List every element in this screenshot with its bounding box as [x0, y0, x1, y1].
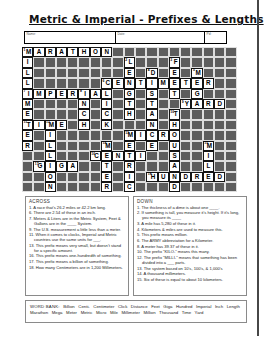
block-cell — [22, 161, 33, 171]
cell-r9c11[interactable]: I — [135, 130, 146, 140]
block-cell — [203, 109, 214, 119]
block-cell — [180, 182, 191, 192]
cell-r1c7[interactable]: O — [90, 47, 101, 57]
cell-r11c17[interactable]: I — [203, 151, 214, 161]
cell-r10c3[interactable]: L — [45, 141, 56, 151]
cell-letter: E — [23, 131, 32, 139]
page-title: Metric & Imperial - Prefixes & Lengths — [29, 13, 239, 25]
cell-r3c10[interactable]: E — [124, 68, 135, 78]
block-cell — [22, 182, 33, 192]
cell-r9c1[interactable]: E — [22, 130, 33, 140]
cell-r1c5[interactable]: T — [67, 47, 78, 57]
block-cell — [56, 78, 67, 88]
cell-r13c16[interactable]: R — [191, 172, 202, 182]
cell-r13c8[interactable]: E — [101, 172, 112, 182]
block-cell — [33, 68, 44, 78]
block-cell — [180, 57, 191, 67]
cell-letter: E — [113, 79, 122, 87]
cell-letter: A — [68, 162, 77, 170]
cell-letter: G — [125, 90, 134, 98]
cell-r10c8[interactable]: 14M — [101, 141, 112, 151]
cell-r1c6[interactable]: H — [78, 47, 89, 57]
block-cell — [135, 57, 146, 67]
block-cell — [56, 68, 67, 78]
cell-r13c3[interactable]: O — [45, 172, 56, 182]
cell-r2c1[interactable]: I — [22, 57, 33, 67]
block-cell — [191, 120, 202, 130]
cell-r6c1[interactable]: M — [22, 99, 33, 109]
cell-letter: M — [34, 90, 43, 98]
block-cell — [78, 151, 89, 161]
cell-r11c11[interactable]: I — [135, 151, 146, 161]
cell-r4c11[interactable]: T — [135, 78, 146, 88]
cell-letter: H — [147, 173, 156, 181]
block-cell — [56, 99, 67, 109]
date-field-label: Date: — [118, 33, 126, 36]
block-cell — [180, 47, 191, 57]
cell-letter: N — [102, 48, 111, 56]
cell-letter: T — [136, 79, 145, 87]
block-cell — [203, 130, 214, 140]
cell-letter: L — [23, 79, 32, 87]
block-cell — [135, 182, 146, 192]
block-cell — [67, 99, 78, 109]
cell-r9c13[interactable]: R — [158, 130, 169, 140]
cell-r8c12[interactable]: N — [146, 120, 157, 130]
block-cell — [214, 109, 225, 119]
block-cell — [146, 151, 157, 161]
cell-letter: I — [147, 79, 156, 87]
cell-letter: E — [102, 152, 111, 160]
cell-r5c16[interactable]: G — [191, 89, 202, 99]
cell-letter: E — [57, 121, 66, 129]
cell-r2c10[interactable]: 2L — [124, 57, 135, 67]
block-cell — [124, 47, 135, 57]
block-cell — [90, 99, 101, 109]
cell-r12c14[interactable]: A — [169, 161, 180, 171]
cell-letter: N — [46, 183, 55, 191]
cell-letter: L — [102, 90, 111, 98]
block-cell — [112, 161, 123, 171]
block-cell — [90, 120, 101, 130]
across-header: ACROSS — [29, 199, 125, 204]
block-cell — [112, 47, 123, 57]
cell-letter: U — [159, 173, 168, 181]
cell-r5c7[interactable]: A — [90, 89, 101, 99]
cell-letter: C — [147, 131, 156, 139]
cell-r4c8[interactable]: 6C — [101, 78, 112, 88]
block-cell — [22, 172, 33, 182]
block-cell — [56, 172, 67, 182]
cell-letter: T — [125, 152, 134, 160]
cell-letter: M — [23, 48, 32, 56]
cell-r5c2[interactable]: M — [33, 89, 44, 99]
block-cell — [146, 57, 157, 67]
block-cell — [33, 99, 44, 109]
cell-r4c10[interactable]: N — [124, 78, 135, 88]
cell-letter: R — [125, 162, 134, 170]
word-bank-label: WORD BANK: — [30, 304, 60, 309]
block-cell — [191, 130, 202, 140]
cell-r8c4[interactable]: E — [56, 120, 67, 130]
block-cell — [112, 57, 123, 67]
block-cell — [135, 47, 146, 57]
cell-letter: G — [192, 90, 201, 98]
cell-r13c13[interactable]: U — [158, 172, 169, 182]
cell-r1c1[interactable]: 1M — [22, 47, 33, 57]
cell-r7c12[interactable]: A — [146, 109, 157, 119]
cell-r14c14[interactable]: D — [169, 182, 180, 192]
block-cell — [225, 151, 236, 161]
cell-r10c1[interactable]: R — [22, 141, 33, 151]
cell-r11c3[interactable]: L — [45, 151, 56, 161]
down-clue: 15. Six of these is equal to about 10 ki… — [137, 278, 243, 283]
worksheet-page: { "game": "crossword", "title": "Metric … — [0, 0, 272, 350]
block-cell — [214, 57, 225, 67]
block-cell — [67, 172, 78, 182]
cell-letter: L — [23, 69, 32, 77]
block-cell — [214, 182, 225, 192]
block-cell — [33, 109, 44, 119]
cell-r12c3[interactable]: I — [45, 161, 56, 171]
cell-r8c2[interactable]: I — [33, 120, 44, 130]
block-cell — [169, 99, 180, 109]
block-cell — [180, 161, 191, 171]
cell-r6c10[interactable]: T — [124, 99, 135, 109]
cell-r10c12[interactable]: E — [146, 141, 157, 151]
cell-letter: H — [170, 121, 179, 129]
cell-r6c12[interactable]: T — [146, 99, 157, 109]
cell-r12c4[interactable]: G — [56, 161, 67, 171]
cell-letter: O — [46, 173, 55, 181]
cell-r11c9[interactable]: N — [112, 151, 123, 161]
block-cell — [214, 151, 225, 161]
across-clue: 18. How many Centimeters are in 1,200 Mi… — [29, 266, 125, 271]
block-cell — [45, 68, 56, 78]
block-cell — [45, 109, 56, 119]
cell-r3c12[interactable]: 4D — [146, 68, 157, 78]
block-cell — [112, 182, 123, 192]
cell-r5c4[interactable]: E — [56, 89, 67, 99]
cell-letter: A — [34, 48, 43, 56]
cell-r5c14[interactable]: T — [169, 89, 180, 99]
cell-letter: T — [68, 48, 77, 56]
block-cell — [67, 78, 78, 88]
cell-r1c8[interactable]: N — [101, 47, 112, 57]
cell-letter: L — [46, 142, 55, 150]
cell-r14c3[interactable]: N — [45, 182, 56, 192]
word-bank-words: Billion Centi- Centimeter Click Distance… — [30, 304, 243, 316]
cell-r2c14[interactable]: 3F — [169, 57, 180, 67]
cell-r13c14[interactable]: N — [169, 172, 180, 182]
cell-letter: A — [91, 90, 100, 98]
cell-r12c17[interactable]: L — [203, 161, 214, 171]
cell-letter: R — [23, 142, 32, 150]
block-cell — [112, 130, 123, 140]
cell-letter: M — [102, 142, 111, 150]
cell-r12c10[interactable]: R — [124, 161, 135, 171]
block-cell — [67, 120, 78, 130]
cell-r9c3[interactable]: I — [45, 130, 56, 140]
cell-r9c10[interactable]: 13M — [124, 130, 135, 140]
block-cell — [67, 109, 78, 119]
block-cell — [67, 151, 78, 161]
cell-r7c1[interactable]: E — [22, 109, 33, 119]
cell-r4c17[interactable]: R — [203, 78, 214, 88]
block-cell — [214, 130, 225, 140]
block-cell — [214, 120, 225, 130]
cell-letter: I — [125, 173, 134, 181]
cell-letter: E — [170, 79, 179, 87]
cell-letter: H — [79, 121, 88, 129]
block-cell — [225, 172, 236, 182]
cell-r8c1[interactable]: 11T — [22, 120, 33, 130]
cell-r6c18[interactable]: D — [214, 99, 225, 109]
across-clue: 7. Meters & Liters are in the Metric Sys… — [29, 217, 125, 227]
cell-r12c5[interactable]: A — [67, 161, 78, 171]
cell-r11c10[interactable]: T — [124, 151, 135, 161]
block-cell — [158, 57, 169, 67]
cell-r9c14[interactable]: O — [169, 130, 180, 140]
block-cell — [112, 172, 123, 182]
cell-letter: D — [147, 69, 156, 77]
cell-r4c15[interactable]: T — [180, 78, 191, 88]
cell-r11c7[interactable]: 16C — [90, 151, 101, 161]
block-cell — [203, 182, 214, 192]
block-cell — [225, 68, 236, 78]
period-field[interactable]: Pd: — [204, 31, 227, 44]
cell-r13c18[interactable]: D — [214, 172, 225, 182]
cell-r4c9[interactable]: E — [112, 78, 123, 88]
block-cell — [112, 99, 123, 109]
cell-r3c14[interactable]: E — [169, 68, 180, 78]
block-cell — [214, 89, 225, 99]
cell-letter: D — [181, 173, 190, 181]
cell-r4c12[interactable]: I — [146, 78, 157, 88]
block-cell — [56, 141, 67, 151]
cell-r6c15[interactable]: 9Y — [180, 99, 191, 109]
block-cell — [214, 47, 225, 57]
block-cell — [203, 120, 214, 130]
cell-r4c13[interactable]: M — [158, 78, 169, 88]
cell-r6c8[interactable]: I — [101, 99, 112, 109]
block-cell — [56, 130, 67, 140]
cell-letter: M — [125, 131, 134, 139]
block-cell — [67, 130, 78, 140]
cell-letter: A — [147, 110, 156, 118]
cell-r10c17[interactable]: 15M — [203, 141, 214, 151]
cell-r5c12[interactable]: S — [146, 89, 157, 99]
down-clue: 3. A mile has 5,280 of these in it. — [137, 222, 243, 227]
block-cell — [225, 78, 236, 88]
block-cell — [225, 120, 236, 130]
block-cell — [203, 57, 214, 67]
cell-r5c5[interactable]: R — [67, 89, 78, 99]
cell-letter: R — [204, 100, 213, 108]
name-field-label: Name: — [27, 33, 36, 36]
cell-letter: D — [170, 183, 179, 191]
block-cell — [67, 57, 78, 67]
block-cell — [203, 68, 214, 78]
cell-letter: L — [46, 152, 55, 160]
cell-r6c6[interactable]: N — [78, 99, 89, 109]
block-cell — [158, 99, 169, 109]
block-cell — [101, 68, 112, 78]
cell-r1c2[interactable]: A — [33, 47, 44, 57]
cell-r5c3[interactable]: P — [45, 89, 56, 99]
crossword-grid[interactable]: 1MARATHONI2L3FLE4DE5ML6CENTIMETER7IMPER8… — [22, 47, 237, 192]
cell-r11c14[interactable]: S — [169, 151, 180, 161]
cell-letter: R — [68, 90, 77, 98]
cell-letter: T — [147, 100, 156, 108]
cell-r8c6[interactable]: H — [78, 120, 89, 130]
cell-r9c12[interactable]: C — [146, 130, 157, 140]
cell-r4c16[interactable]: E — [191, 78, 202, 88]
block-cell — [158, 109, 169, 119]
cell-r4c1[interactable]: L — [22, 78, 33, 88]
cell-letter: R — [46, 48, 55, 56]
block-cell — [225, 130, 236, 140]
block-cell — [56, 182, 67, 192]
block-cell — [45, 99, 56, 109]
down-clues-box: DOWN 1. The thickness of a dime is about… — [133, 196, 247, 296]
cell-letter: N — [79, 100, 88, 108]
block-cell — [90, 161, 101, 171]
block-cell — [180, 130, 191, 140]
cell-r14c8[interactable]: R — [101, 182, 112, 192]
block-cell — [180, 68, 191, 78]
block-cell — [33, 182, 44, 192]
cell-r12c8[interactable]: T — [101, 161, 112, 171]
cell-letter: E — [125, 142, 134, 150]
cell-letter: T — [125, 100, 134, 108]
block-cell — [33, 172, 44, 182]
cell-r13c12[interactable]: 18H — [146, 172, 157, 182]
cell-r5c8[interactable]: L — [101, 89, 112, 99]
cell-letter: I — [23, 58, 32, 66]
cell-letter: T — [181, 79, 190, 87]
block-cell — [56, 57, 67, 67]
cell-r5c10[interactable]: G — [124, 89, 135, 99]
cell-letter: O — [91, 48, 100, 56]
name-field[interactable]: Name: — [24, 31, 116, 44]
block-cell — [22, 151, 33, 161]
cell-letter: A — [192, 100, 201, 108]
cell-letter: L — [204, 162, 213, 170]
cell-letter: M — [46, 121, 55, 129]
cell-letter: M — [204, 142, 213, 150]
cell-r8c3[interactable]: 12M — [45, 120, 56, 130]
block-cell — [191, 109, 202, 119]
block-cell — [214, 78, 225, 88]
block-cell — [225, 109, 236, 119]
block-cell — [214, 141, 225, 151]
cell-r6c17[interactable]: R — [203, 99, 214, 109]
block-cell — [90, 130, 101, 140]
cell-r4c14[interactable]: E — [169, 78, 180, 88]
cell-r5c1[interactable]: 7I — [22, 89, 33, 99]
cell-letter: D — [215, 173, 224, 181]
cell-r3c16[interactable]: 5M — [191, 68, 202, 78]
cell-r12c2[interactable]: 17G — [33, 161, 44, 171]
cell-r8c14[interactable]: H — [169, 120, 180, 130]
block-cell — [90, 57, 101, 67]
cell-letter: E — [102, 173, 111, 181]
cell-r8c8[interactable]: K — [101, 120, 112, 130]
cell-r13c17[interactable]: E — [203, 172, 214, 182]
cell-letter: E — [170, 69, 179, 77]
block-cell — [90, 68, 101, 78]
block-cell — [112, 109, 123, 119]
block-cell — [135, 120, 146, 130]
block-cell — [101, 130, 112, 140]
block-cell — [135, 141, 146, 151]
cell-r7c14[interactable]: 10T — [169, 109, 180, 119]
cell-letter: L — [125, 58, 134, 66]
cell-r11c8[interactable]: E — [101, 151, 112, 161]
block-cell — [191, 141, 202, 151]
cell-letter: U — [170, 142, 179, 150]
block-cell — [78, 161, 89, 171]
cell-r1c3[interactable]: R — [45, 47, 56, 57]
cell-r10c10[interactable]: E — [124, 141, 135, 151]
cell-r7c10[interactable]: H — [124, 109, 135, 119]
cell-letter: Y — [181, 100, 190, 108]
down-header: DOWN — [137, 199, 243, 204]
cell-r10c14[interactable]: U — [169, 141, 180, 151]
cell-r13c10[interactable]: I — [124, 172, 135, 182]
cell-r7c8[interactable]: C — [101, 109, 112, 119]
cell-r6c16[interactable]: A — [191, 99, 202, 109]
cell-letter: G — [57, 162, 66, 170]
block-cell — [33, 151, 44, 161]
block-cell — [33, 57, 44, 67]
cell-r1c4[interactable]: A — [56, 47, 67, 57]
cell-letter: I — [23, 90, 32, 98]
block-cell — [78, 57, 89, 67]
block-cell — [180, 109, 191, 119]
cell-r13c15[interactable]: D — [180, 172, 191, 182]
block-cell — [203, 89, 214, 99]
cell-letter: I — [46, 162, 55, 170]
block-cell — [158, 141, 169, 151]
cell-letter: M — [192, 69, 201, 77]
cell-letter: H — [125, 110, 134, 118]
date-field[interactable]: Date: — [115, 31, 205, 44]
block-cell — [135, 109, 146, 119]
cell-letter: C — [79, 110, 88, 118]
cell-r5c6[interactable]: 8I — [78, 89, 89, 99]
cell-r3c1[interactable]: L — [22, 68, 33, 78]
cell-r7c6[interactable]: C — [78, 109, 89, 119]
block-cell — [135, 68, 146, 78]
page-right-edge — [257, 0, 259, 336]
cell-letter: M — [159, 79, 168, 87]
cell-letter: I — [46, 131, 55, 139]
block-cell — [203, 47, 214, 57]
block-cell — [112, 120, 123, 130]
block-cell — [225, 99, 236, 109]
block-cell — [78, 78, 89, 88]
block-cell — [135, 89, 146, 99]
cell-letter: P — [46, 90, 55, 98]
cell-r14c10[interactable]: C — [124, 182, 135, 192]
block-cell — [124, 120, 135, 130]
block-cell — [112, 89, 123, 99]
cell-letter: I — [136, 131, 145, 139]
block-cell — [158, 151, 169, 161]
block-cell — [67, 182, 78, 192]
